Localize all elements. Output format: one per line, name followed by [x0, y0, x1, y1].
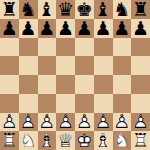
square-e2[interactable]: ♟♙	[75, 113, 94, 132]
white-knight[interactable]: ♞♘	[113, 131, 130, 150]
white-pawn[interactable]: ♟♙	[20, 113, 37, 132]
square-f8[interactable]: ♝	[94, 0, 113, 19]
square-c8[interactable]: ♝	[38, 0, 57, 19]
square-d8[interactable]: ♛	[56, 0, 75, 19]
piece-glyph-outline: ♙	[113, 113, 130, 132]
square-g2[interactable]: ♟♙	[113, 113, 132, 132]
square-c7[interactable]: ♟	[38, 19, 57, 38]
square-e1[interactable]: ♚♔	[75, 131, 94, 150]
square-e6[interactable]	[75, 38, 94, 57]
white-king[interactable]: ♚♔	[76, 131, 93, 150]
piece-glyph-outline: ♙	[95, 113, 112, 132]
square-g6[interactable]	[113, 38, 132, 57]
square-b5[interactable]	[19, 56, 38, 75]
square-b2[interactable]: ♟♙	[19, 113, 38, 132]
piece-glyph-outline: ♖	[1, 131, 18, 150]
square-e4[interactable]	[75, 75, 94, 94]
square-c1[interactable]: ♝♗	[38, 131, 57, 150]
black-pawn[interactable]: ♟	[113, 19, 130, 38]
square-f6[interactable]	[94, 38, 113, 57]
white-pawn[interactable]: ♟♙	[57, 113, 74, 132]
square-f5[interactable]	[94, 56, 113, 75]
square-e8[interactable]: ♚	[75, 0, 94, 19]
square-h6[interactable]	[131, 38, 150, 57]
black-pawn[interactable]: ♟	[76, 19, 93, 38]
square-f7[interactable]: ♟	[94, 19, 113, 38]
piece-glyph-outline: ♙	[1, 113, 18, 132]
piece-glyph-outline: ♘	[113, 131, 130, 150]
square-b1[interactable]: ♞♘	[19, 131, 38, 150]
square-a5[interactable]	[0, 56, 19, 75]
square-a3[interactable]	[0, 94, 19, 113]
square-d4[interactable]	[56, 75, 75, 94]
square-f1[interactable]: ♝♗	[94, 131, 113, 150]
black-bishop[interactable]: ♝	[38, 0, 55, 19]
square-g7[interactable]: ♟	[113, 19, 132, 38]
white-bishop[interactable]: ♝♗	[38, 131, 55, 150]
square-h3[interactable]	[131, 94, 150, 113]
square-a2[interactable]: ♟♙	[0, 113, 19, 132]
black-pawn[interactable]: ♟	[38, 19, 55, 38]
black-rook[interactable]: ♜	[132, 0, 149, 19]
piece-glyph-outline: ♗	[95, 131, 112, 150]
square-f2[interactable]: ♟♙	[94, 113, 113, 132]
piece-glyph-outline: ♖	[132, 131, 149, 150]
black-queen[interactable]: ♛	[57, 0, 74, 19]
piece-glyph-outline: ♙	[57, 113, 74, 132]
piece-glyph-outline: ♘	[20, 131, 37, 150]
black-pawn[interactable]: ♟	[132, 19, 149, 38]
square-a4[interactable]	[0, 75, 19, 94]
piece-glyph-outline: ♙	[38, 113, 55, 132]
square-d3[interactable]	[56, 94, 75, 113]
square-d1[interactable]: ♛♕	[56, 131, 75, 150]
square-g8[interactable]: ♞	[113, 0, 132, 19]
white-knight[interactable]: ♞♘	[20, 131, 37, 150]
square-f4[interactable]	[94, 75, 113, 94]
black-pawn[interactable]: ♟	[95, 19, 112, 38]
chess-board: ♜♞♝♛♚♝♞♜♟♟♟♟♟♟♟♟♟♙♟♙♟♙♟♙♟♙♟♙♟♙♟♙♜♖♞♘♝♗♛♕…	[0, 0, 150, 150]
black-knight[interactable]: ♞	[113, 0, 130, 19]
white-rook[interactable]: ♜♖	[132, 131, 149, 150]
square-e5[interactable]	[75, 56, 94, 75]
square-d7[interactable]: ♟	[56, 19, 75, 38]
square-b3[interactable]	[19, 94, 38, 113]
black-king[interactable]: ♚	[76, 0, 93, 19]
piece-glyph-outline: ♙	[20, 113, 37, 132]
square-f3[interactable]	[94, 94, 113, 113]
square-a7[interactable]: ♟	[0, 19, 19, 38]
white-rook[interactable]: ♜♖	[1, 131, 18, 150]
square-c5[interactable]	[38, 56, 57, 75]
square-h8[interactable]: ♜	[131, 0, 150, 19]
square-c3[interactable]	[38, 94, 57, 113]
white-pawn[interactable]: ♟♙	[113, 113, 130, 132]
square-g1[interactable]: ♞♘	[113, 131, 132, 150]
white-pawn[interactable]: ♟♙	[95, 113, 112, 132]
square-b8[interactable]: ♞	[19, 0, 38, 19]
square-b6[interactable]	[19, 38, 38, 57]
white-pawn[interactable]: ♟♙	[76, 113, 93, 132]
square-g4[interactable]	[113, 75, 132, 94]
square-h4[interactable]	[131, 75, 150, 94]
square-h1[interactable]: ♜♖	[131, 131, 150, 150]
black-bishop[interactable]: ♝	[95, 0, 112, 19]
square-a8[interactable]: ♜	[0, 0, 19, 19]
square-d6[interactable]	[56, 38, 75, 57]
white-bishop[interactable]: ♝♗	[95, 131, 112, 150]
square-d5[interactable]	[56, 56, 75, 75]
square-a6[interactable]	[0, 38, 19, 57]
square-b7[interactable]: ♟	[19, 19, 38, 38]
black-rook[interactable]: ♜	[1, 0, 18, 19]
square-h7[interactable]: ♟	[131, 19, 150, 38]
piece-glyph-outline: ♔	[76, 131, 93, 150]
piece-glyph-outline: ♗	[38, 131, 55, 150]
black-pawn[interactable]: ♟	[20, 19, 37, 38]
square-b4[interactable]	[19, 75, 38, 94]
white-pawn[interactable]: ♟♙	[38, 113, 55, 132]
white-queen[interactable]: ♛♕	[57, 131, 74, 150]
piece-glyph-outline: ♙	[76, 113, 93, 132]
square-g5[interactable]	[113, 56, 132, 75]
square-h2[interactable]: ♟♙	[131, 113, 150, 132]
square-e7[interactable]: ♟	[75, 19, 94, 38]
white-pawn[interactable]: ♟♙	[132, 113, 149, 132]
square-a1[interactable]: ♜♖	[0, 131, 19, 150]
square-c2[interactable]: ♟♙	[38, 113, 57, 132]
black-knight[interactable]: ♞	[20, 0, 37, 19]
black-pawn[interactable]: ♟	[57, 19, 74, 38]
piece-glyph-outline: ♕	[57, 131, 74, 150]
square-g3[interactable]	[113, 94, 132, 113]
white-pawn[interactable]: ♟♙	[1, 113, 18, 132]
black-pawn[interactable]: ♟	[1, 19, 18, 38]
piece-glyph-outline: ♙	[132, 113, 149, 132]
square-d2[interactable]: ♟♙	[56, 113, 75, 132]
square-c6[interactable]	[38, 38, 57, 57]
square-c4[interactable]	[38, 75, 57, 94]
square-h5[interactable]	[131, 56, 150, 75]
square-e3[interactable]	[75, 94, 94, 113]
